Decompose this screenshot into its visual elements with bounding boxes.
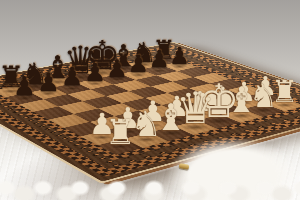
fur-foreground-front	[0, 177, 300, 200]
piece-black-pawn[interactable]: ♟	[13, 75, 36, 100]
piece-black-pawn[interactable]: ♟	[61, 65, 84, 89]
piece-black-pawn[interactable]: ♟	[127, 53, 149, 76]
piece-black-pawn[interactable]: ♟	[37, 70, 60, 94]
piece-black-pawn[interactable]: ♟	[149, 49, 170, 72]
piece-white-rook[interactable]: ♜	[105, 115, 136, 148]
photo-scene: ♜♞♝♛♚♝♞♜♟♟♟♟♟♟♟♟♟♟♟♟♟♟♟♟♜♞♝♛♚♝♞♜	[0, 0, 300, 200]
piece-black-pawn[interactable]: ♟	[169, 45, 190, 67]
piece-black-pawn[interactable]: ♟	[84, 61, 106, 85]
piece-black-pawn[interactable]: ♟	[106, 57, 128, 80]
